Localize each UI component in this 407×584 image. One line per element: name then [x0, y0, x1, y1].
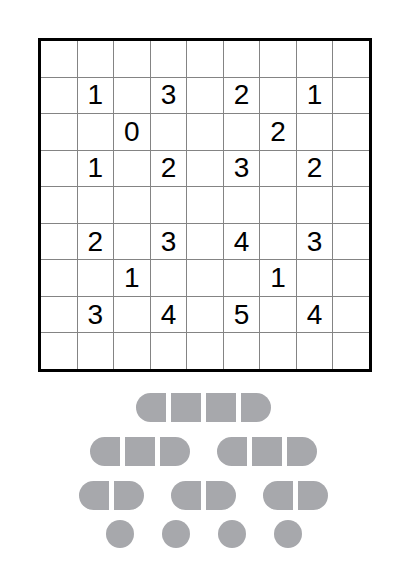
cell-r1c2[interactable] [78, 41, 114, 77]
cell-r2c9[interactable] [333, 78, 369, 114]
ship-middle-icon [125, 437, 155, 466]
cell-r9c3[interactable] [114, 333, 150, 369]
cell-r6c4-clue: 3 [151, 224, 187, 260]
ship-stern-icon [160, 437, 190, 466]
submarine-icon [106, 520, 134, 548]
cell-r4c1[interactable] [41, 151, 77, 187]
cell-r2c7[interactable] [260, 78, 296, 114]
ship-size-3 [217, 437, 317, 466]
cell-r8c4-clue: 4 [151, 297, 187, 333]
cell-r8c3[interactable] [114, 297, 150, 333]
cell-r7c9[interactable] [333, 260, 369, 296]
cell-r4c5[interactable] [187, 151, 223, 187]
cell-r7c2[interactable] [78, 260, 114, 296]
cell-r2c8-clue: 1 [297, 78, 333, 114]
cell-r5c3[interactable] [114, 187, 150, 223]
cell-r1c7[interactable] [260, 41, 296, 77]
cell-r3c5[interactable] [187, 114, 223, 150]
puzzle-page: 13210212322343113454 [0, 0, 407, 584]
cell-r8c1[interactable] [41, 297, 77, 333]
ship-size-1 [274, 520, 302, 548]
cell-r1c5[interactable] [187, 41, 223, 77]
ship-bow-icon [263, 481, 293, 510]
cell-r2c6-clue: 2 [224, 78, 260, 114]
ship-size-1 [218, 520, 246, 548]
cell-r7c6[interactable] [224, 260, 260, 296]
fleet-legend [0, 393, 407, 548]
cell-r3c8[interactable] [297, 114, 333, 150]
cell-r9c4[interactable] [151, 333, 187, 369]
cell-r3c3-clue: 0 [114, 114, 150, 150]
cell-r5c4[interactable] [151, 187, 187, 223]
cell-r6c6-clue: 4 [224, 224, 260, 260]
submarine-icon [274, 520, 302, 548]
cell-r9c2[interactable] [78, 333, 114, 369]
cell-r4c6-clue: 3 [224, 151, 260, 187]
cell-r1c3[interactable] [114, 41, 150, 77]
submarine-icon [218, 520, 246, 548]
ship-size-3 [90, 437, 190, 466]
ship-size-2 [171, 481, 236, 510]
cell-r3c1[interactable] [41, 114, 77, 150]
cell-r6c2-clue: 2 [78, 224, 114, 260]
ship-stern-icon [298, 481, 328, 510]
cell-r7c7-clue: 1 [260, 260, 296, 296]
cell-r6c5[interactable] [187, 224, 223, 260]
cell-r5c9[interactable] [333, 187, 369, 223]
cell-r9c6[interactable] [224, 333, 260, 369]
cell-r3c7-clue: 2 [260, 114, 296, 150]
cell-r1c8[interactable] [297, 41, 333, 77]
ship-bow-icon [136, 393, 166, 422]
cell-r8c2-clue: 3 [78, 297, 114, 333]
cell-r7c4[interactable] [151, 260, 187, 296]
cell-r3c6[interactable] [224, 114, 260, 150]
cell-r5c7[interactable] [260, 187, 296, 223]
cell-r6c3[interactable] [114, 224, 150, 260]
ship-stern-icon [206, 481, 236, 510]
battleships-board: 13210212322343113454 [38, 38, 372, 372]
ship-middle-icon [252, 437, 282, 466]
ship-bow-icon [171, 481, 201, 510]
cell-r4c3[interactable] [114, 151, 150, 187]
cell-r4c7[interactable] [260, 151, 296, 187]
cell-r5c6[interactable] [224, 187, 260, 223]
cell-r8c9[interactable] [333, 297, 369, 333]
ship-middle-icon [206, 393, 236, 422]
cell-r1c4[interactable] [151, 41, 187, 77]
cell-r7c3-clue: 1 [114, 260, 150, 296]
ship-bow-icon [217, 437, 247, 466]
cell-r8c7[interactable] [260, 297, 296, 333]
ship-size-2 [263, 481, 328, 510]
cell-r9c9[interactable] [333, 333, 369, 369]
cell-r2c5[interactable] [187, 78, 223, 114]
fleet-row-2 [90, 437, 317, 466]
cell-r6c9[interactable] [333, 224, 369, 260]
cell-r9c5[interactable] [187, 333, 223, 369]
cell-r5c8[interactable] [297, 187, 333, 223]
cell-r4c9[interactable] [333, 151, 369, 187]
cell-r9c7[interactable] [260, 333, 296, 369]
cell-r3c9[interactable] [333, 114, 369, 150]
ship-stern-icon [287, 437, 317, 466]
cell-r4c4-clue: 2 [151, 151, 187, 187]
fleet-row-4 [106, 520, 302, 548]
ship-size-1 [106, 520, 134, 548]
ship-size-2 [79, 481, 144, 510]
cell-r2c1[interactable] [41, 78, 77, 114]
cell-r2c4-clue: 3 [151, 78, 187, 114]
cell-r2c2-clue: 1 [78, 78, 114, 114]
cell-r7c5[interactable] [187, 260, 223, 296]
cell-r6c1[interactable] [41, 224, 77, 260]
ship-size-1 [162, 520, 190, 548]
cell-r6c8-clue: 3 [297, 224, 333, 260]
cell-r8c8-clue: 4 [297, 297, 333, 333]
cell-r3c4[interactable] [151, 114, 187, 150]
cell-r2c3[interactable] [114, 78, 150, 114]
ship-size-4 [136, 393, 271, 422]
cell-r5c1[interactable] [41, 187, 77, 223]
cell-r1c1[interactable] [41, 41, 77, 77]
cell-r7c1[interactable] [41, 260, 77, 296]
cell-r8c6-clue: 5 [224, 297, 260, 333]
ship-bow-icon [90, 437, 120, 466]
submarine-icon [162, 520, 190, 548]
cell-r1c6[interactable] [224, 41, 260, 77]
cell-r1c9[interactable] [333, 41, 369, 77]
fleet-row-3 [79, 481, 328, 510]
ship-bow-icon [79, 481, 109, 510]
cell-r5c5[interactable] [187, 187, 223, 223]
ship-stern-icon [114, 481, 144, 510]
cell-r8c5[interactable] [187, 297, 223, 333]
cell-r4c2-clue: 1 [78, 151, 114, 187]
cell-r3c2[interactable] [78, 114, 114, 150]
ship-stern-icon [241, 393, 271, 422]
ship-middle-icon [171, 393, 201, 422]
cell-r9c1[interactable] [41, 333, 77, 369]
cell-r4c8-clue: 2 [297, 151, 333, 187]
cell-r5c2[interactable] [78, 187, 114, 223]
fleet-row-1 [136, 393, 271, 422]
cell-r9c8[interactable] [297, 333, 333, 369]
cell-r6c7[interactable] [260, 224, 296, 260]
cell-r7c8[interactable] [297, 260, 333, 296]
